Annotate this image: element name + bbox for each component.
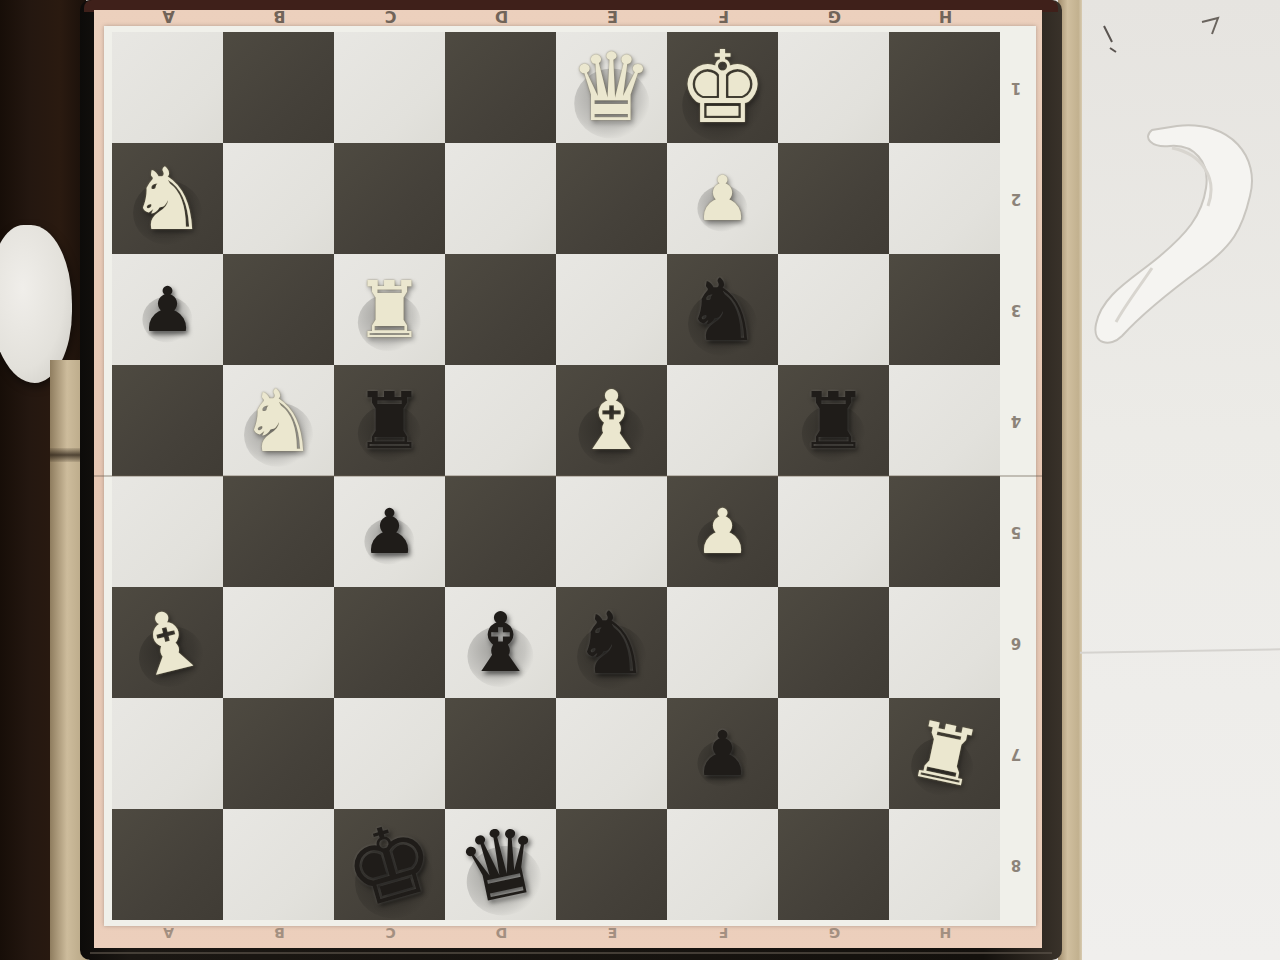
square-g3[interactable] [778, 254, 889, 365]
file-label-top-g: G [826, 7, 840, 26]
square-a4[interactable] [112, 365, 223, 476]
square-a8[interactable] [112, 809, 223, 920]
square-b3[interactable] [223, 254, 334, 365]
file-label-bottom-h: H [938, 925, 951, 941]
rank-label-right-4: 4 [1011, 412, 1021, 430]
piece-black-pawn-f7[interactable]: ♟ [695, 723, 751, 785]
file-label-bottom-g: G [827, 925, 840, 941]
square-d7[interactable] [445, 698, 556, 809]
file-label-bottom-a: A [162, 925, 174, 941]
square-f6[interactable] [667, 587, 778, 698]
rank-label-right-5: 5 [1011, 523, 1021, 541]
rank-label-right-6: 6 [1011, 634, 1021, 652]
square-a7[interactable] [112, 698, 223, 809]
piece-white-pawn-f2[interactable]: ♟ [695, 168, 751, 230]
square-c3[interactable]: ♜ [334, 254, 445, 365]
square-d8[interactable]: ♛ [445, 809, 556, 920]
square-g7[interactable] [778, 698, 889, 809]
square-e8[interactable] [556, 809, 667, 920]
square-e5[interactable] [556, 476, 667, 587]
square-b8[interactable] [223, 809, 334, 920]
square-e6[interactable]: ♞ [556, 587, 667, 698]
square-g4[interactable]: ♜ [778, 365, 889, 476]
file-label-bottom-b: B [273, 925, 285, 941]
square-a1[interactable] [112, 32, 223, 143]
square-g2[interactable] [778, 143, 889, 254]
square-d3[interactable] [445, 254, 556, 365]
rank-label-right-2: 2 [1011, 190, 1021, 208]
piece-black-pawn-c5[interactable]: ♟ [362, 501, 418, 563]
square-a6[interactable]: ♝ [112, 587, 223, 698]
file-label-bottom-c: C [384, 925, 395, 941]
file-label-top-h: H [937, 7, 951, 26]
square-h7[interactable]: ♜ [889, 698, 1000, 809]
square-c1[interactable] [334, 32, 445, 143]
square-b7[interactable] [223, 698, 334, 809]
square-f1[interactable]: ♚ [667, 32, 778, 143]
square-h8[interactable] [889, 809, 1000, 920]
square-b2[interactable] [223, 143, 334, 254]
file-label-bottom-d: D [494, 925, 507, 941]
piece-black-bishop-d6[interactable]: ♝ [464, 602, 538, 684]
square-e7[interactable] [556, 698, 667, 809]
piece-white-bishop-a6[interactable]: ♝ [122, 594, 213, 691]
piece-black-king-c8[interactable]: ♚ [333, 804, 447, 925]
file-label-top-c: C [383, 7, 396, 26]
rank-label-right-1: 1 [1011, 79, 1021, 97]
square-f5[interactable]: ♟ [667, 476, 778, 587]
square-b6[interactable] [223, 587, 334, 698]
square-f8[interactable] [667, 809, 778, 920]
square-c7[interactable] [334, 698, 445, 809]
rank-label-right-3: 3 [1011, 301, 1021, 319]
square-d2[interactable] [445, 143, 556, 254]
square-d1[interactable] [445, 32, 556, 143]
piece-white-knight-a2[interactable]: ♞ [129, 156, 206, 242]
file-label-top-d: D [493, 7, 507, 26]
square-f3[interactable]: ♞ [667, 254, 778, 365]
square-c4[interactable]: ♜ [334, 365, 445, 476]
square-g6[interactable] [778, 587, 889, 698]
square-h4[interactable] [889, 365, 1000, 476]
square-e3[interactable] [556, 254, 667, 365]
file-label-bottom-f: F [717, 925, 728, 941]
square-c8[interactable]: ♚ [334, 809, 445, 920]
frame-bottom-highlight [90, 952, 1052, 954]
square-h3[interactable] [889, 254, 1000, 365]
square-f2[interactable]: ♟ [667, 143, 778, 254]
piece-white-bishop-e4[interactable]: ♝ [575, 380, 649, 462]
pencil-marks [1090, 8, 1240, 68]
square-c5[interactable]: ♟ [334, 476, 445, 587]
square-h1[interactable] [889, 32, 1000, 143]
piece-black-knight-e6[interactable]: ♞ [573, 600, 650, 686]
square-a2[interactable]: ♞ [112, 143, 223, 254]
square-b5[interactable] [223, 476, 334, 587]
file-label-top-b: B [272, 7, 285, 26]
square-g1[interactable] [778, 32, 889, 143]
square-a5[interactable] [112, 476, 223, 587]
square-d4[interactable] [445, 365, 556, 476]
square-a3[interactable]: ♟ [112, 254, 223, 365]
piece-black-queen-d8[interactable]: ♛ [450, 810, 552, 919]
square-h6[interactable] [889, 587, 1000, 698]
square-e4[interactable]: ♝ [556, 365, 667, 476]
file-label-bottom-e: E [606, 925, 617, 941]
piece-white-knight-b4[interactable]: ♞ [240, 378, 317, 464]
square-b4[interactable]: ♞ [223, 365, 334, 476]
piece-white-rook-c3[interactable]: ♜ [355, 271, 425, 349]
piece-black-rook-g4[interactable]: ♜ [799, 382, 869, 460]
square-e1[interactable]: ♛ [556, 32, 667, 143]
square-h2[interactable] [889, 143, 1000, 254]
square-d5[interactable] [445, 476, 556, 587]
piece-white-rook-h7[interactable]: ♜ [902, 708, 987, 799]
piece-white-queen-e1[interactable]: ♛ [569, 41, 653, 135]
crumpled-paper [1082, 118, 1278, 368]
rank-label-right-8: 8 [1011, 856, 1021, 874]
piece-white-pawn-f5[interactable]: ♟ [695, 501, 751, 563]
file-label-top-f: F [717, 7, 729, 26]
square-d6[interactable]: ♝ [445, 587, 556, 698]
photo-scene: ♛♚♞♟♟♜♞♞♜♝♜♟♟♝♝♞♟♜♚♛ AABBCCDDEEFFGGHH123… [0, 0, 1280, 960]
piece-black-rook-c4[interactable]: ♜ [355, 382, 425, 460]
piece-black-pawn-a3[interactable]: ♟ [140, 279, 196, 341]
square-h5[interactable] [889, 476, 1000, 587]
file-label-top-a: A [161, 7, 174, 26]
square-g8[interactable] [778, 809, 889, 920]
piece-black-knight-f3[interactable]: ♞ [684, 267, 761, 353]
square-c6[interactable] [334, 587, 445, 698]
square-f4[interactable] [667, 365, 778, 476]
square-e2[interactable] [556, 143, 667, 254]
square-b1[interactable] [223, 32, 334, 143]
board-fold-seam [94, 475, 1042, 477]
file-label-top-e: E [606, 7, 618, 26]
square-c2[interactable] [334, 143, 445, 254]
piece-white-king-f1[interactable]: ♚ [678, 38, 768, 138]
square-g5[interactable] [778, 476, 889, 587]
square-f7[interactable]: ♟ [667, 698, 778, 809]
rank-label-right-7: 7 [1011, 745, 1021, 763]
